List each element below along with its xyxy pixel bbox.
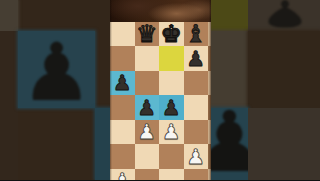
piece-white-pawn-c2: ♟ xyxy=(113,171,132,180)
square-f5 xyxy=(184,95,209,120)
square-d7 xyxy=(135,46,160,71)
square-d6 xyxy=(135,71,160,96)
square-d3 xyxy=(135,144,160,169)
blurred-yellow-square xyxy=(211,0,248,31)
video-frame: ♟ ♟ ♛♚♝♟♟♟♟♟♟♟♟ xyxy=(0,0,320,180)
square-c2: ♟ xyxy=(110,169,135,181)
square-e3 xyxy=(159,144,184,169)
square-c3 xyxy=(110,144,135,169)
square-e5: ♟ xyxy=(159,95,184,120)
blurred-black-pawn-icon: ♟ xyxy=(21,38,93,108)
square-c8 xyxy=(110,22,135,47)
square-f7: ♟ xyxy=(184,46,209,71)
piece-black-pawn-d5: ♟ xyxy=(137,98,156,119)
blurred-square xyxy=(248,0,320,31)
square-f8: ♝ xyxy=(184,22,209,47)
square-d8: ♛ xyxy=(135,22,160,47)
strip-edge-shadow-left xyxy=(110,0,112,180)
square-f2 xyxy=(184,169,209,181)
strip-edge-shadow-right xyxy=(209,0,211,180)
piece-black-king-e8: ♚ xyxy=(160,22,182,46)
blurred-black-pawn-icon: ♟ xyxy=(211,108,248,180)
square-e4: ♟ xyxy=(159,120,184,145)
piece-white-pawn-e4: ♟ xyxy=(162,122,181,143)
piece-black-bishop-f8: ♝ xyxy=(185,22,207,46)
blurred-square xyxy=(0,31,18,180)
square-c7 xyxy=(110,46,135,71)
webcam-header-image xyxy=(110,0,211,22)
square-c5 xyxy=(110,95,135,120)
blurred-blue-square: ♟ xyxy=(211,108,248,180)
square-f4 xyxy=(184,120,209,145)
square-e2 xyxy=(159,169,184,181)
chess-board: ♛♚♝♟♟♟♟♟♟♟♟ xyxy=(110,22,211,181)
square-f3: ♟ xyxy=(184,144,209,169)
square-d4: ♟ xyxy=(135,120,160,145)
piece-black-pawn-e5: ♟ xyxy=(162,98,181,119)
blurred-black-bishop-icon xyxy=(262,0,308,28)
piece-white-pawn-f3: ♟ xyxy=(186,147,205,168)
video-content-strip: ♛♚♝♟♟♟♟♟♟♟♟ xyxy=(110,0,211,180)
square-d5: ♟ xyxy=(135,95,160,120)
square-e7 xyxy=(159,46,184,71)
piece-black-pawn-c6: ♟ xyxy=(113,73,132,94)
square-c4 xyxy=(110,120,135,145)
piece-black-queen-d8: ♛ xyxy=(136,22,158,46)
blurred-square xyxy=(248,31,320,108)
blurred-square xyxy=(0,0,18,31)
blurred-blue-square: ♟ xyxy=(18,31,95,108)
background-blur-left: ♟ xyxy=(0,0,111,180)
piece-white-pawn-d4: ♟ xyxy=(137,122,156,143)
piece-black-pawn-f7: ♟ xyxy=(186,49,205,70)
square-e8: ♚ xyxy=(159,22,184,47)
blurred-square xyxy=(211,31,248,108)
square-f6 xyxy=(184,71,209,96)
square-c6: ♟ xyxy=(110,71,135,96)
blurred-square xyxy=(248,108,320,180)
background-blur-right: ♟ xyxy=(211,0,320,180)
square-d2 xyxy=(135,169,160,181)
blurred-blue-square-sliver xyxy=(95,108,111,180)
square-e6 xyxy=(159,71,184,96)
